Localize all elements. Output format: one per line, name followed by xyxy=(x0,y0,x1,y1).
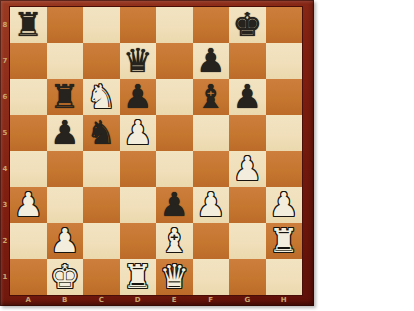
square-g6[interactable]: ♟ xyxy=(229,79,266,115)
piece-wB-e2: ♝ xyxy=(156,223,193,259)
square-a7[interactable] xyxy=(10,43,47,79)
file-label-e: E xyxy=(156,295,193,306)
piece-bN-c5: ♞ xyxy=(83,115,120,151)
piece-bP-g6: ♟ xyxy=(229,79,266,115)
square-h6[interactable] xyxy=(266,79,303,115)
square-a1[interactable] xyxy=(10,259,47,295)
file-label-b: B xyxy=(47,295,84,306)
square-e2[interactable]: ♝ xyxy=(156,223,193,259)
rank-label-3: 3 xyxy=(0,187,10,223)
square-f4[interactable] xyxy=(193,151,230,187)
piece-wP-g4: ♟ xyxy=(229,151,266,187)
square-d8[interactable] xyxy=(120,7,157,43)
square-b4[interactable] xyxy=(47,151,84,187)
square-g5[interactable] xyxy=(229,115,266,151)
square-h7[interactable] xyxy=(266,43,303,79)
square-e4[interactable] xyxy=(156,151,193,187)
piece-wQ-e1: ♛ xyxy=(156,259,193,295)
piece-bR-b6: ♜ xyxy=(47,79,84,115)
square-a2[interactable] xyxy=(10,223,47,259)
square-f2[interactable] xyxy=(193,223,230,259)
piece-bQ-d7: ♛ xyxy=(120,43,157,79)
square-c8[interactable] xyxy=(83,7,120,43)
piece-bP-e3: ♟ xyxy=(156,187,193,223)
square-f6[interactable]: ♝ xyxy=(193,79,230,115)
square-e1[interactable]: ♛ xyxy=(156,259,193,295)
square-c7[interactable] xyxy=(83,43,120,79)
square-g2[interactable] xyxy=(229,223,266,259)
chess-board: 87654321 ♜♚♛♟♜♞♟♝♟♟♞♟♟♟♟♟♟♟♝♜♚♜♛ ABCDEFG… xyxy=(0,0,314,306)
square-g8[interactable]: ♚ xyxy=(229,7,266,43)
square-a3[interactable]: ♟ xyxy=(10,187,47,223)
square-h2[interactable]: ♜ xyxy=(266,223,303,259)
piece-bR-a8: ♜ xyxy=(10,7,47,43)
square-h8[interactable] xyxy=(266,7,303,43)
piece-bP-d6: ♟ xyxy=(120,79,157,115)
square-g4[interactable]: ♟ xyxy=(229,151,266,187)
square-b8[interactable] xyxy=(47,7,84,43)
file-label-f: F xyxy=(193,295,230,306)
piece-wP-d5: ♟ xyxy=(120,115,157,151)
file-labels: ABCDEFGH xyxy=(10,295,302,306)
square-f3[interactable]: ♟ xyxy=(193,187,230,223)
square-d7[interactable]: ♛ xyxy=(120,43,157,79)
rank-label-1: 1 xyxy=(0,259,10,295)
file-label-a: A xyxy=(10,295,47,306)
piece-bP-b5: ♟ xyxy=(47,115,84,151)
square-d2[interactable] xyxy=(120,223,157,259)
file-label-d: D xyxy=(120,295,157,306)
piece-wN-c6: ♞ xyxy=(83,79,120,115)
piece-bP-f7: ♟ xyxy=(193,43,230,79)
square-g1[interactable] xyxy=(229,259,266,295)
square-c3[interactable] xyxy=(83,187,120,223)
square-c4[interactable] xyxy=(83,151,120,187)
square-b7[interactable] xyxy=(47,43,84,79)
square-b6[interactable]: ♜ xyxy=(47,79,84,115)
square-a6[interactable] xyxy=(10,79,47,115)
piece-wR-d1: ♜ xyxy=(120,259,157,295)
square-c5[interactable]: ♞ xyxy=(83,115,120,151)
square-h4[interactable] xyxy=(266,151,303,187)
square-e5[interactable] xyxy=(156,115,193,151)
square-b3[interactable] xyxy=(47,187,84,223)
file-label-h: H xyxy=(266,295,303,306)
square-a5[interactable] xyxy=(10,115,47,151)
square-h1[interactable] xyxy=(266,259,303,295)
square-d4[interactable] xyxy=(120,151,157,187)
square-e7[interactable] xyxy=(156,43,193,79)
rank-label-5: 5 xyxy=(0,115,10,151)
piece-wP-f3: ♟ xyxy=(193,187,230,223)
board-squares: ♜♚♛♟♜♞♟♝♟♟♞♟♟♟♟♟♟♟♝♜♚♜♛ xyxy=(10,7,302,295)
square-h3[interactable]: ♟ xyxy=(266,187,303,223)
piece-bK-g8: ♚ xyxy=(229,7,266,43)
piece-wP-h3: ♟ xyxy=(266,187,303,223)
file-label-c: C xyxy=(83,295,120,306)
piece-wR-h2: ♜ xyxy=(266,223,303,259)
square-b5[interactable]: ♟ xyxy=(47,115,84,151)
square-a4[interactable] xyxy=(10,151,47,187)
square-d6[interactable]: ♟ xyxy=(120,79,157,115)
rank-label-8: 8 xyxy=(0,7,10,43)
rank-label-4: 4 xyxy=(0,151,10,187)
square-g3[interactable] xyxy=(229,187,266,223)
piece-wP-b2: ♟ xyxy=(47,223,84,259)
square-e8[interactable] xyxy=(156,7,193,43)
square-c1[interactable] xyxy=(83,259,120,295)
rank-label-6: 6 xyxy=(0,79,10,115)
square-e3[interactable]: ♟ xyxy=(156,187,193,223)
square-a8[interactable]: ♜ xyxy=(10,7,47,43)
square-h5[interactable] xyxy=(266,115,303,151)
piece-wK-b1: ♚ xyxy=(47,259,84,295)
square-c2[interactable] xyxy=(83,223,120,259)
square-b1[interactable]: ♚ xyxy=(47,259,84,295)
square-e6[interactable] xyxy=(156,79,193,115)
piece-bB-f6: ♝ xyxy=(193,79,230,115)
rank-labels: 87654321 xyxy=(0,7,10,295)
square-f5[interactable] xyxy=(193,115,230,151)
square-d1[interactable]: ♜ xyxy=(120,259,157,295)
square-d3[interactable] xyxy=(120,187,157,223)
square-b2[interactable]: ♟ xyxy=(47,223,84,259)
square-f1[interactable] xyxy=(193,259,230,295)
piece-wP-a3: ♟ xyxy=(10,187,47,223)
square-f7[interactable]: ♟ xyxy=(193,43,230,79)
rank-label-7: 7 xyxy=(0,43,10,79)
square-c6[interactable]: ♞ xyxy=(83,79,120,115)
page-canvas: 87654321 ♜♚♛♟♜♞♟♝♟♟♞♟♟♟♟♟♟♟♝♜♚♜♛ ABCDEFG… xyxy=(0,0,414,311)
rank-label-2: 2 xyxy=(0,223,10,259)
square-f8[interactable] xyxy=(193,7,230,43)
file-label-g: G xyxy=(229,295,266,306)
square-g7[interactable] xyxy=(229,43,266,79)
square-d5[interactable]: ♟ xyxy=(120,115,157,151)
